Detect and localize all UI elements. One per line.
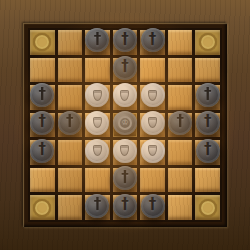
cell-c6[interactable] [85,58,110,83]
cell-e3[interactable] [140,140,165,165]
cell-d4[interactable]: ♔ [113,113,138,138]
attacker-piece[interactable]: † [113,28,137,52]
cell-e5[interactable] [140,85,165,110]
sword-icon: † [204,114,212,129]
cell-g7[interactable] [195,30,220,55]
attacker-piece[interactable]: † [196,139,220,163]
cell-g3[interactable]: † [195,140,220,165]
sword-icon: † [121,59,129,74]
cell-c4[interactable] [85,113,110,138]
cell-d2[interactable]: † [113,168,138,193]
attacker-piece[interactable]: † [58,111,82,135]
sword-icon: † [121,32,129,47]
cell-c1[interactable]: † [85,195,110,220]
cell-a3[interactable]: † [30,140,55,165]
cell-a5[interactable]: † [30,85,55,110]
cell-b6[interactable] [58,58,83,83]
cell-a1[interactable] [30,195,55,220]
cell-c5[interactable] [85,85,110,110]
sword-icon: † [176,114,184,129]
cell-b4[interactable]: † [58,113,83,138]
defender-piece[interactable] [113,83,137,107]
cell-f2[interactable] [168,168,193,193]
sword-icon: † [121,170,129,185]
sword-icon: † [94,197,102,212]
shield-icon [148,117,157,128]
sword-icon: † [66,114,74,129]
cell-a4[interactable]: † [30,113,55,138]
cell-f1[interactable] [168,195,193,220]
defender-piece[interactable] [141,139,165,163]
cell-d5[interactable] [113,85,138,110]
cell-b2[interactable] [58,168,83,193]
shield-icon [93,117,102,128]
attacker-piece[interactable]: † [85,194,109,218]
sword-icon: † [149,32,157,47]
cell-e4[interactable] [140,113,165,138]
defender-piece[interactable] [85,83,109,107]
attacker-piece[interactable]: † [85,28,109,52]
cell-a2[interactable] [30,168,55,193]
defender-piece[interactable] [85,139,109,163]
cell-a7[interactable] [30,30,55,55]
defender-piece[interactable] [113,139,137,163]
attacker-piece[interactable]: † [168,111,192,135]
cell-g6[interactable] [195,58,220,83]
cell-e7[interactable]: † [140,30,165,55]
attacker-piece[interactable]: † [113,56,137,80]
cell-f3[interactable] [168,140,193,165]
cell-b1[interactable] [58,195,83,220]
attacker-piece[interactable]: † [113,166,137,190]
cell-c2[interactable] [85,168,110,193]
cell-c7[interactable]: † [85,30,110,55]
corner-knot-icon [33,33,51,51]
attacker-piece[interactable]: † [30,83,54,107]
attacker-piece[interactable]: † [196,83,220,107]
shield-icon [120,145,129,156]
defender-piece[interactable] [141,83,165,107]
cell-d1[interactable]: † [113,195,138,220]
cell-c3[interactable] [85,140,110,165]
cell-d3[interactable] [113,140,138,165]
attacker-piece[interactable]: † [30,111,54,135]
cell-f5[interactable] [168,85,193,110]
cell-d6[interactable]: † [113,58,138,83]
sword-icon: † [39,87,47,102]
attacker-piece[interactable]: † [113,194,137,218]
shield-icon [93,145,102,156]
sword-icon: † [149,197,157,212]
corner-knot-icon [199,199,217,217]
shield-icon [148,145,157,156]
cell-f6[interactable] [168,58,193,83]
attacker-piece[interactable]: † [196,111,220,135]
corner-knot-icon [199,33,217,51]
game-board: ††††††††♔†††††††† [28,28,222,222]
defender-piece[interactable] [85,111,109,135]
cell-g5[interactable]: † [195,85,220,110]
sword-icon: † [204,142,212,157]
sword-icon: † [39,142,47,157]
cell-g4[interactable]: † [195,113,220,138]
attacker-piece[interactable]: † [141,28,165,52]
sword-icon: † [121,197,129,212]
cell-b5[interactable] [58,85,83,110]
crown-icon: ♔ [118,116,132,130]
cell-e6[interactable] [140,58,165,83]
cell-g1[interactable] [195,195,220,220]
cell-f7[interactable] [168,30,193,55]
cell-e2[interactable] [140,168,165,193]
cell-f4[interactable]: † [168,113,193,138]
shield-icon [93,90,102,101]
shield-icon [120,90,129,101]
attacker-piece[interactable]: † [141,194,165,218]
cell-b7[interactable] [58,30,83,55]
sword-icon: † [39,114,47,129]
sword-icon: † [204,87,212,102]
tafl-board-scene: ††††††††♔†††††††† [0,0,250,250]
cell-b3[interactable] [58,140,83,165]
corner-knot-icon [33,199,51,217]
cell-d7[interactable]: † [113,30,138,55]
cell-g2[interactable] [195,168,220,193]
sword-icon: † [94,32,102,47]
king-piece[interactable]: ♔ [113,111,137,135]
attacker-piece[interactable]: † [30,139,54,163]
cell-a6[interactable] [30,58,55,83]
cell-e1[interactable]: † [140,195,165,220]
defender-piece[interactable] [141,111,165,135]
shield-icon [148,90,157,101]
